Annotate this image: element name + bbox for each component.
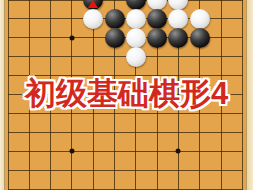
white-stone[interactable] bbox=[168, 9, 188, 29]
grid-hline bbox=[8, 132, 243, 133]
grid-hline bbox=[8, 189, 243, 190]
lesson-title-text: 初级基础棋形4 bbox=[25, 77, 228, 111]
star-point bbox=[176, 149, 181, 154]
grid-hline bbox=[8, 170, 243, 171]
grid-hline bbox=[8, 151, 243, 152]
white-stone[interactable] bbox=[126, 47, 146, 67]
white-stone[interactable] bbox=[126, 28, 146, 48]
black-stone[interactable] bbox=[147, 9, 167, 29]
black-stone[interactable] bbox=[190, 28, 210, 48]
black-stone[interactable] bbox=[105, 9, 125, 29]
last-move-triangle-marker bbox=[88, 0, 98, 8]
white-stone[interactable] bbox=[83, 9, 103, 29]
black-stone[interactable] bbox=[147, 28, 167, 48]
star-point bbox=[69, 149, 74, 154]
board-right-edge bbox=[246, 0, 253, 190]
star-point bbox=[69, 35, 74, 40]
black-stone[interactable] bbox=[168, 28, 188, 48]
white-stone[interactable] bbox=[190, 9, 210, 29]
grid-hline bbox=[8, 113, 243, 114]
board-left-edge bbox=[0, 0, 5, 190]
go-app-screen: 初级基础棋形4 bbox=[0, 0, 253, 190]
grid-vline bbox=[8, 0, 9, 190]
white-stone[interactable] bbox=[126, 9, 146, 29]
black-stone[interactable] bbox=[105, 28, 125, 48]
grid-vline bbox=[242, 0, 243, 190]
